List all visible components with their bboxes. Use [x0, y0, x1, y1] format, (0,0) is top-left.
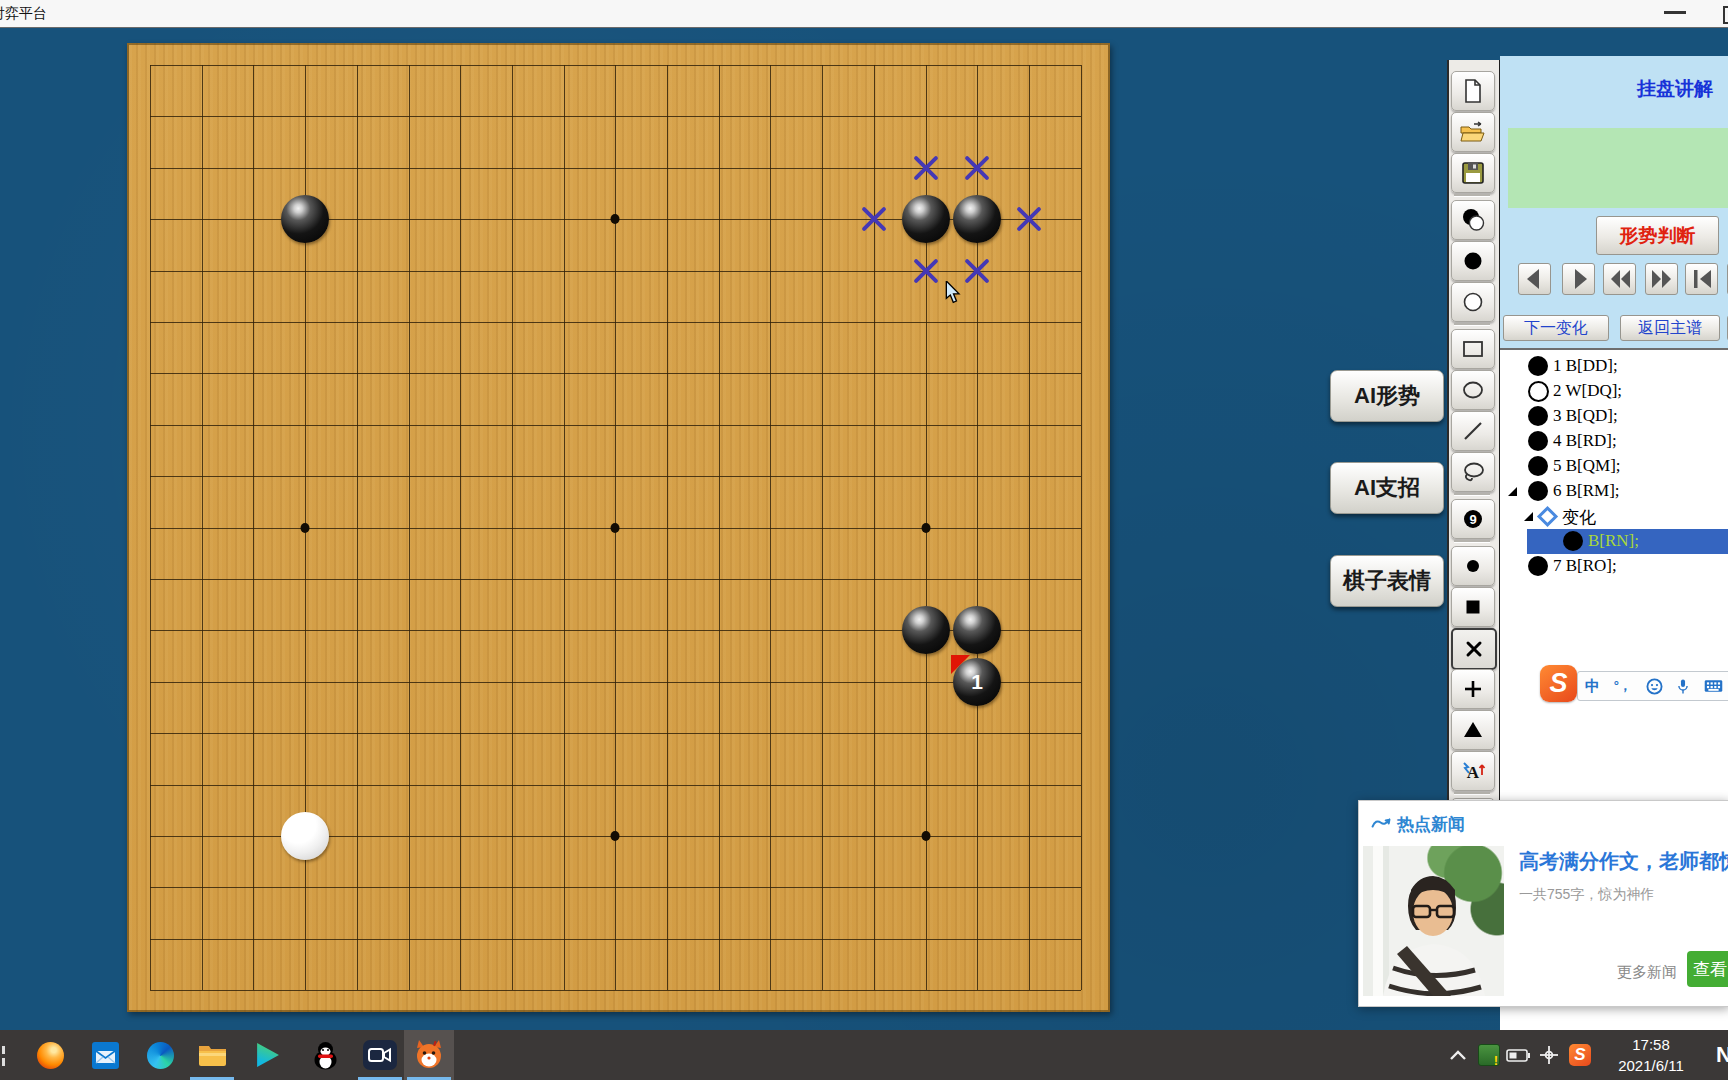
move-text: 1 B[DD];	[1553, 356, 1618, 376]
grid-line-h	[150, 887, 1081, 888]
dot-mark-icon[interactable]	[1451, 546, 1495, 586]
white-stone[interactable]	[281, 812, 329, 860]
black-move-icon	[1563, 531, 1583, 551]
save-icon[interactable]	[1451, 153, 1495, 193]
sogou-tray-icon[interactable]: S	[1568, 1030, 1592, 1080]
move-text: 4 B[RD];	[1553, 431, 1617, 451]
desktop: 1 AI形势AI支招棋子表情 9A 挂盘讲解 形势判断 下一变化返回主谱 1 B…	[0, 28, 1728, 1030]
grid-line-v	[667, 65, 668, 990]
toolbar-separator	[1454, 540, 1490, 542]
black-stone[interactable]	[902, 606, 950, 654]
recorder-icon[interactable]	[358, 1030, 402, 1080]
news-logo-icon	[1371, 817, 1391, 833]
star-point	[301, 523, 310, 533]
nav-fast-back-button[interactable]	[1603, 263, 1636, 295]
nav-step-back-button[interactable]	[1518, 263, 1551, 295]
tree-expander-icon[interactable]	[1524, 512, 1533, 521]
move-tool-icon[interactable]	[1537, 1030, 1561, 1080]
side-button-ai-situation[interactable]: AI形势	[1330, 370, 1444, 422]
tray-expand-icon[interactable]	[1446, 1030, 1470, 1080]
black-move-icon	[1528, 431, 1548, 451]
square-tool-icon[interactable]	[1451, 329, 1495, 369]
new-file-icon[interactable]	[1451, 71, 1495, 111]
ime-bar: S 中 °，	[1540, 665, 1728, 705]
sogou-logo-icon[interactable]: S	[1540, 665, 1577, 702]
x-mark	[960, 151, 994, 185]
text-label-icon[interactable]: A	[1451, 751, 1495, 791]
black-stone-icon[interactable]	[1451, 241, 1495, 281]
move-row[interactable]: 4 B[RD];	[1500, 429, 1728, 454]
move-text: B[RN];	[1588, 531, 1639, 551]
circle-tool-icon[interactable]	[1451, 370, 1495, 410]
clock-date: 2021/6/11	[1606, 1055, 1696, 1076]
ime-toolbar[interactable]: 中 °，	[1577, 671, 1728, 701]
grid-line-v	[770, 65, 771, 990]
back-to-main-button[interactable]: 返回主谱	[1620, 315, 1720, 341]
move-row[interactable]: 2 W[DQ];	[1500, 379, 1728, 404]
black-move-icon	[1528, 356, 1548, 376]
move-row[interactable]: 1 B[DD];	[1500, 354, 1728, 379]
alternate-stone-icon[interactable]	[1451, 200, 1495, 240]
panel-title: 挂盘讲解	[1622, 76, 1728, 102]
lasso-tool-icon[interactable]	[1451, 452, 1495, 492]
star-point	[921, 523, 930, 533]
move-row[interactable]: 变化	[1500, 504, 1728, 529]
x-mark	[909, 151, 943, 185]
side-button-ai-hint[interactable]: AI支招	[1330, 462, 1444, 514]
nav-to-start-button[interactable]	[1685, 263, 1718, 295]
maximize-button[interactable]	[1723, 6, 1728, 24]
white-move-icon	[1528, 381, 1549, 402]
edit-toolbar: 9A	[1447, 60, 1502, 833]
comment-area	[1508, 128, 1728, 208]
move-number-label: 1	[971, 670, 983, 694]
qq-icon[interactable]	[303, 1030, 347, 1080]
window-title: 对弈平台	[0, 5, 47, 23]
move-text: 6 B[RM];	[1553, 481, 1620, 501]
grid-line-h	[150, 990, 1081, 991]
move-text: 7 B[RO];	[1553, 556, 1617, 576]
start-edge-fragment2	[2, 1058, 5, 1066]
svg-text:A: A	[1467, 763, 1480, 782]
move-row[interactable]: B[RN];	[1500, 529, 1728, 554]
grid-line-h	[150, 682, 1081, 683]
battery-icon[interactable]	[1506, 1030, 1530, 1080]
move-text: 2 W[DQ];	[1553, 381, 1622, 401]
grid-line-h	[150, 939, 1081, 940]
mail-icon[interactable]	[83, 1030, 127, 1080]
x-mark	[960, 254, 994, 288]
x-mark	[857, 202, 891, 236]
news-subtitle: 一共755字，惊为神作	[1519, 886, 1654, 904]
grid-line-v	[719, 65, 720, 990]
clock-time: 17:58	[1606, 1034, 1696, 1055]
grid-line-v	[822, 65, 823, 990]
black-stone[interactable]	[902, 195, 950, 243]
firefox-icon[interactable]	[28, 1030, 72, 1080]
svg-text:9: 9	[1469, 512, 1476, 527]
file-explorer-icon[interactable]	[190, 1030, 234, 1080]
star-point	[611, 214, 620, 224]
black-stone[interactable]: 1	[953, 658, 1001, 706]
mic-icon[interactable]	[1676, 678, 1690, 695]
toolbar-separator	[1454, 493, 1490, 495]
star-point	[611, 831, 620, 841]
toolbar-separator	[1454, 323, 1490, 325]
move-row[interactable]: 3 B[QD];	[1500, 404, 1728, 429]
black-stone[interactable]	[281, 195, 329, 243]
tree-expander-icon[interactable]	[1508, 487, 1517, 496]
nav-fast-forward-button[interactable]	[1645, 263, 1678, 295]
news-header-label: 热点新闻	[1397, 813, 1465, 836]
open-file-icon[interactable]	[1451, 112, 1495, 152]
news-popup: 热点新闻 高考满分作文，老师都惊 一共755字，惊为神作	[1358, 800, 1728, 1007]
number-label-icon[interactable]: 9	[1451, 499, 1495, 539]
grid-line-h	[150, 579, 1081, 580]
move-row[interactable]: 5 B[QM];	[1500, 454, 1728, 479]
mouse-cursor	[944, 281, 962, 305]
situation-judge-button[interactable]: 形势判断	[1596, 216, 1719, 255]
black-move-icon	[1528, 406, 1548, 426]
triangle-mark-icon[interactable]	[1451, 710, 1495, 750]
news-header: 热点新闻	[1371, 813, 1465, 836]
x-mark	[1012, 202, 1046, 236]
move-text: 变化	[1562, 506, 1596, 529]
line-tool-icon[interactable]	[1451, 411, 1495, 451]
grid-line-h	[150, 733, 1081, 734]
taskbar-clock[interactable]: 17:58 2021/6/11	[1606, 1034, 1696, 1076]
video-player-icon[interactable]	[245, 1030, 289, 1080]
side-button-stone-emoji[interactable]: 棋子表情	[1330, 555, 1444, 607]
black-move-icon	[1528, 481, 1548, 501]
start-edge-fragment	[2, 1046, 5, 1054]
emoji-icon[interactable]	[1646, 678, 1663, 695]
tray-app-icon[interactable]: !	[1477, 1030, 1501, 1080]
title-bar: 对弈平台	[0, 0, 1728, 28]
screen: 对弈平台 1 AI形势AI支招棋子表情 9A 挂盘讲解 形势判断 下一变化返回主…	[0, 0, 1728, 1080]
black-move-icon	[1528, 456, 1548, 476]
grid-line-h	[150, 785, 1081, 786]
move-row[interactable]: 6 B[RM];	[1500, 479, 1728, 504]
star-point	[611, 523, 620, 533]
move-row[interactable]: 7 B[RO];	[1500, 554, 1728, 579]
plus-mark-icon[interactable]	[1451, 669, 1495, 709]
notification-edge-letter[interactable]: N	[1716, 1042, 1728, 1068]
news-headline[interactable]: 高考满分作文，老师都惊	[1519, 848, 1728, 875]
ime-punct-indicator[interactable]: °，	[1614, 677, 1632, 695]
move-text: 3 B[QD];	[1553, 406, 1618, 426]
view-button[interactable]: 查看	[1687, 951, 1728, 987]
news-photo[interactable]	[1363, 846, 1504, 996]
x-mark	[909, 254, 943, 288]
black-stone[interactable]	[953, 606, 1001, 654]
toolbar-separator	[1454, 194, 1490, 196]
minimize-button[interactable]	[1664, 11, 1686, 14]
go-app-icon[interactable]	[407, 1030, 451, 1080]
ime-chinese-indicator[interactable]: 中	[1585, 677, 1600, 696]
taskbar: !S 17:58 2021/6/11 N	[0, 1030, 1728, 1080]
white-stone-icon[interactable]	[1451, 282, 1495, 322]
nav-step-forward-button[interactable]	[1562, 263, 1595, 295]
variation-diamond-icon	[1537, 506, 1558, 527]
black-stone[interactable]	[953, 195, 1001, 243]
next-variation-button[interactable]: 下一变化	[1503, 315, 1609, 341]
black-move-icon	[1528, 556, 1548, 576]
star-point	[921, 831, 930, 841]
edge-icon[interactable]	[138, 1030, 182, 1080]
grid-line-v	[1081, 65, 1082, 990]
keyboard-icon[interactable]	[1704, 679, 1723, 693]
go-board[interactable]: 1	[127, 43, 1110, 1012]
square-mark-icon[interactable]	[1451, 587, 1495, 627]
toolbar-separator	[1454, 792, 1490, 794]
more-news-link[interactable]: 更多新闻	[1617, 963, 1677, 982]
move-text: 5 B[QM];	[1553, 456, 1621, 476]
x-mark-icon[interactable]	[1451, 628, 1497, 670]
